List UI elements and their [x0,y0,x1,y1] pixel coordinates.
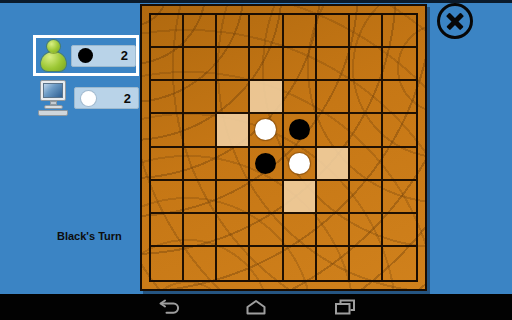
board-cell[interactable] [383,148,416,181]
board-cell[interactable] [284,214,317,247]
board-cell[interactable] [317,15,350,48]
back-icon [158,299,182,315]
board-cell[interactable] [284,247,317,280]
player-score-computer: 2 [36,79,139,117]
board-cell-legal-move[interactable] [250,81,283,114]
board-cell[interactable] [317,247,350,280]
board-cell[interactable] [317,81,350,114]
board-cell[interactable] [383,247,416,280]
board-cell[interactable] [250,114,283,147]
board-grid [149,13,418,282]
back-button[interactable] [158,299,182,315]
board-cell[interactable] [284,81,317,114]
board-cell[interactable] [317,181,350,214]
board-cell[interactable] [184,48,217,81]
home-button[interactable] [244,299,268,315]
board-cell[interactable] [217,15,250,48]
board-cell[interactable] [184,247,217,280]
board-cell[interactable] [317,114,350,147]
reversi-board [140,4,427,291]
recents-icon [333,299,357,315]
board-cell[interactable] [184,214,217,247]
black-disc [255,153,276,174]
person-icon [40,40,67,71]
board-cell[interactable] [217,214,250,247]
board-cell[interactable] [151,181,184,214]
board-cell[interactable] [151,214,184,247]
board-cell[interactable] [250,181,283,214]
recents-button[interactable] [333,299,357,315]
status-bar [0,0,512,3]
board-cell[interactable] [350,15,383,48]
board-cell[interactable] [284,48,317,81]
player-score-human-active: 2 [33,35,139,76]
black-disc [289,119,310,140]
board-cell[interactable] [383,81,416,114]
board-cell[interactable] [350,247,383,280]
board-cell[interactable] [383,114,416,147]
board-cell[interactable] [184,114,217,147]
board-cell[interactable] [184,181,217,214]
human-score: 2 [93,48,128,63]
white-disc-icon [81,91,96,106]
android-nav-bar [0,294,512,320]
board-cell-legal-move[interactable] [284,181,317,214]
board-cell[interactable] [217,148,250,181]
white-disc [255,119,276,140]
board-cell[interactable] [383,15,416,48]
board-cell[interactable] [151,81,184,114]
board-cell[interactable] [151,15,184,48]
board-cell[interactable] [350,81,383,114]
black-disc-icon [78,48,93,63]
board-cell[interactable] [250,214,283,247]
board-cell[interactable] [217,247,250,280]
close-button[interactable] [437,3,473,39]
board-cell[interactable] [250,48,283,81]
board-cell[interactable] [217,48,250,81]
turn-indicator: Black's Turn [57,230,122,242]
board-cell[interactable] [151,114,184,147]
board-cell[interactable] [284,148,317,181]
board-cell[interactable] [383,181,416,214]
board-cell-legal-move[interactable] [217,114,250,147]
close-icon [446,12,464,30]
board-cell[interactable] [383,48,416,81]
board-cell[interactable] [317,214,350,247]
board-cell-legal-move[interactable] [317,148,350,181]
white-disc [289,153,310,174]
board-cell[interactable] [151,148,184,181]
board-cell[interactable] [217,181,250,214]
home-icon [244,299,268,315]
board-cell[interactable] [151,48,184,81]
board-cell[interactable] [284,114,317,147]
board-cell[interactable] [350,48,383,81]
board-cell[interactable] [184,81,217,114]
board-cell[interactable] [184,148,217,181]
computer-icon [38,80,70,117]
board-cell[interactable] [350,181,383,214]
computer-score: 2 [96,91,131,106]
board-cell[interactable] [151,247,184,280]
computer-score-pill: 2 [74,87,139,109]
board-cell[interactable] [350,214,383,247]
board-cell[interactable] [250,247,283,280]
board-cell[interactable] [250,148,283,181]
board-cell[interactable] [350,148,383,181]
board-cell[interactable] [317,48,350,81]
board-cell[interactable] [184,15,217,48]
board-cell[interactable] [383,214,416,247]
board-cell[interactable] [217,81,250,114]
board-cell[interactable] [284,15,317,48]
board-cell[interactable] [350,114,383,147]
board-cell[interactable] [250,15,283,48]
human-score-pill: 2 [71,45,136,67]
